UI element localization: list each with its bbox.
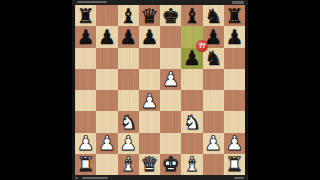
black-pawn[interactable]: ♟ [98, 27, 116, 47]
white-pawn[interactable]: ♟ [204, 133, 222, 153]
square-h8[interactable]: ♜ [224, 5, 245, 26]
square-b5[interactable] [96, 69, 117, 90]
black-pawn[interactable]: ♟ [119, 27, 137, 47]
black-rook[interactable]: ♜ [225, 6, 243, 26]
square-c7[interactable]: ♟ [118, 26, 139, 47]
white-bishop[interactable]: ♝ [119, 154, 137, 174]
white-pawn[interactable]: ♟ [119, 133, 137, 153]
square-a1[interactable]: ♜ [75, 154, 96, 175]
top-info-bar [72, 0, 248, 5]
square-c3[interactable]: ♞ [118, 111, 139, 132]
square-b7[interactable]: ♟ [96, 26, 117, 47]
top-bar-left-text [77, 1, 107, 3]
square-h1[interactable]: ♜ [224, 154, 245, 175]
square-h6[interactable] [224, 48, 245, 69]
black-pawn[interactable]: ♟ [140, 27, 158, 47]
square-d7[interactable]: ♟ [139, 26, 160, 47]
square-e8[interactable]: ♚ [160, 5, 181, 26]
bottom-bar-left-text [82, 177, 108, 179]
white-pawn[interactable]: ♟ [225, 133, 243, 153]
white-king[interactable]: ♚ [162, 154, 180, 174]
square-f4[interactable] [181, 90, 202, 111]
square-b6[interactable] [96, 48, 117, 69]
square-d2[interactable] [139, 133, 160, 154]
square-b2[interactable]: ♟ [96, 133, 117, 154]
square-e2[interactable] [160, 133, 181, 154]
black-knight[interactable]: ♞ [204, 48, 222, 68]
square-f2[interactable] [181, 133, 202, 154]
square-a3[interactable] [75, 111, 96, 132]
square-d4[interactable]: ♟ [139, 90, 160, 111]
black-pawn[interactable]: ♟ [77, 27, 95, 47]
square-f1[interactable]: ♝ [181, 154, 202, 175]
square-e5[interactable]: ♟ [160, 69, 181, 90]
black-king[interactable]: ♚ [162, 6, 180, 26]
square-f5[interactable] [181, 69, 202, 90]
white-pawn[interactable]: ♟ [162, 69, 180, 89]
white-knight[interactable]: ♞ [119, 112, 137, 132]
square-c5[interactable] [118, 69, 139, 90]
square-c4[interactable] [118, 90, 139, 111]
chess-board: ♜♝♛♚♝♞♜♟♟♟♟♟♟♟♞♟♟♞♞♟♟♟♟♟♜♝♛♚♝♜ [75, 5, 245, 175]
square-b8[interactable] [96, 5, 117, 26]
square-b4[interactable] [96, 90, 117, 111]
square-c2[interactable]: ♟ [118, 133, 139, 154]
square-d3[interactable] [139, 111, 160, 132]
square-b1[interactable] [96, 154, 117, 175]
square-c1[interactable]: ♝ [118, 154, 139, 175]
square-d5[interactable] [139, 69, 160, 90]
square-a7[interactable]: ♟ [75, 26, 96, 47]
white-bishop[interactable]: ♝ [183, 154, 201, 174]
square-g2[interactable]: ♟ [203, 133, 224, 154]
square-g3[interactable] [203, 111, 224, 132]
white-rook[interactable]: ♜ [225, 154, 243, 174]
square-h7[interactable]: ♟ [224, 26, 245, 47]
square-h2[interactable]: ♟ [224, 133, 245, 154]
square-c8[interactable]: ♝ [118, 5, 139, 26]
white-knight[interactable]: ♞ [183, 112, 201, 132]
square-b3[interactable] [96, 111, 117, 132]
black-rook[interactable]: ♜ [77, 6, 95, 26]
square-g8[interactable]: ♞ [203, 5, 224, 26]
square-h4[interactable] [224, 90, 245, 111]
blunder-annotation-badge: ?? [196, 40, 208, 52]
white-pawn[interactable]: ♟ [77, 133, 95, 153]
black-queen[interactable]: ♛ [140, 6, 158, 26]
black-bishop[interactable]: ♝ [119, 6, 137, 26]
white-rook[interactable]: ♜ [77, 154, 95, 174]
top-bar-right-text [232, 1, 244, 4]
square-h3[interactable] [224, 111, 245, 132]
square-a2[interactable]: ♟ [75, 133, 96, 154]
black-bishop[interactable]: ♝ [183, 6, 201, 26]
black-pawn[interactable]: ♟ [225, 27, 243, 47]
black-knight[interactable]: ♞ [204, 6, 222, 26]
square-d8[interactable]: ♛ [139, 5, 160, 26]
white-queen[interactable]: ♛ [140, 154, 158, 174]
square-e6[interactable] [160, 48, 181, 69]
square-a4[interactable] [75, 90, 96, 111]
square-h5[interactable] [224, 69, 245, 90]
square-e4[interactable] [160, 90, 181, 111]
square-c6[interactable] [118, 48, 139, 69]
bottom-bar-move-number [75, 177, 78, 179]
bottom-bar-right-text [234, 177, 244, 179]
square-g5[interactable] [203, 69, 224, 90]
square-d1[interactable]: ♛ [139, 154, 160, 175]
square-d6[interactable] [139, 48, 160, 69]
square-f3[interactable]: ♞ [181, 111, 202, 132]
square-a5[interactable] [75, 69, 96, 90]
square-f8[interactable]: ♝ [181, 5, 202, 26]
white-pawn[interactable]: ♟ [140, 91, 158, 111]
bottom-info-bar [72, 175, 248, 180]
square-e7[interactable] [160, 26, 181, 47]
square-a8[interactable]: ♜ [75, 5, 96, 26]
video-frame: ♜♝♛♚♝♞♜♟♟♟♟♟♟♟♞♟♟♞♞♟♟♟♟♟♜♝♛♚♝♜ ?? [0, 0, 320, 180]
square-e1[interactable]: ♚ [160, 154, 181, 175]
square-g1[interactable] [203, 154, 224, 175]
white-pawn[interactable]: ♟ [98, 133, 116, 153]
square-e3[interactable] [160, 111, 181, 132]
square-g4[interactable] [203, 90, 224, 111]
square-a6[interactable] [75, 48, 96, 69]
